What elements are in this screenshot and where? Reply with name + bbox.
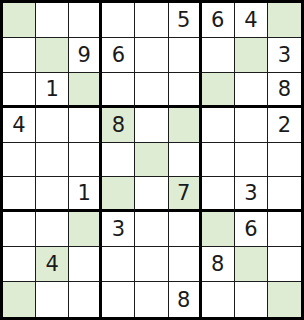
cell-r4c5[interactable]	[135, 108, 168, 143]
cell-r3c7[interactable]	[202, 73, 235, 108]
cell-r1c9[interactable]	[268, 3, 301, 38]
cell-r5c9[interactable]	[268, 143, 301, 178]
cell-r2c5[interactable]	[135, 38, 168, 73]
cell-r5c4[interactable]	[102, 143, 135, 178]
cell-r6c3[interactable]: 1	[69, 177, 102, 212]
cell-r7c5[interactable]	[135, 212, 168, 247]
cell-r8c8[interactable]	[235, 247, 268, 282]
cell-r6c7[interactable]	[202, 177, 235, 212]
cell-r6c2[interactable]	[36, 177, 69, 212]
cell-r9c2[interactable]	[36, 282, 69, 317]
cell-r3c5[interactable]	[135, 73, 168, 108]
cell-r9c6[interactable]: 8	[169, 282, 202, 317]
cell-r1c7[interactable]: 6	[202, 3, 235, 38]
cell-r2c4[interactable]: 6	[102, 38, 135, 73]
cell-r3c8[interactable]	[235, 73, 268, 108]
cell-r3c6[interactable]	[169, 73, 202, 108]
cell-r6c6[interactable]: 7	[169, 177, 202, 212]
cell-r5c8[interactable]	[235, 143, 268, 178]
cell-r9c4[interactable]	[102, 282, 135, 317]
cell-r4c9[interactable]: 2	[268, 108, 301, 143]
cell-r4c7[interactable]	[202, 108, 235, 143]
cell-r4c2[interactable]	[36, 108, 69, 143]
cell-r4c8[interactable]	[235, 108, 268, 143]
cell-r4c4[interactable]: 8	[102, 108, 135, 143]
cell-r6c9[interactable]	[268, 177, 301, 212]
cell-r2c7[interactable]	[202, 38, 235, 73]
cell-r1c6[interactable]: 5	[169, 3, 202, 38]
cell-r4c6[interactable]	[169, 108, 202, 143]
cell-r3c3[interactable]	[69, 73, 102, 108]
cell-r2c8[interactable]	[235, 38, 268, 73]
cell-r3c1[interactable]	[3, 73, 36, 108]
cell-r4c1[interactable]: 4	[3, 108, 36, 143]
cell-r1c8[interactable]: 4	[235, 3, 268, 38]
cell-r7c7[interactable]	[202, 212, 235, 247]
cell-r7c1[interactable]	[3, 212, 36, 247]
cell-r5c7[interactable]	[202, 143, 235, 178]
cell-r4c3[interactable]	[69, 108, 102, 143]
cell-r8c7[interactable]: 8	[202, 247, 235, 282]
cell-r5c6[interactable]	[169, 143, 202, 178]
cell-r2c1[interactable]	[3, 38, 36, 73]
cell-r5c3[interactable]	[69, 143, 102, 178]
cell-r8c3[interactable]	[69, 247, 102, 282]
cell-r7c2[interactable]	[36, 212, 69, 247]
cell-r3c9[interactable]: 8	[268, 73, 301, 108]
cell-r8c4[interactable]	[102, 247, 135, 282]
cell-r6c8[interactable]: 3	[235, 177, 268, 212]
cell-r7c9[interactable]	[268, 212, 301, 247]
cell-r5c5[interactable]	[135, 143, 168, 178]
cell-r2c9[interactable]: 3	[268, 38, 301, 73]
cell-r7c6[interactable]	[169, 212, 202, 247]
cell-r1c5[interactable]	[135, 3, 168, 38]
cell-r9c7[interactable]	[202, 282, 235, 317]
cell-r3c4[interactable]	[102, 73, 135, 108]
cell-r8c9[interactable]	[268, 247, 301, 282]
cell-r9c9[interactable]	[268, 282, 301, 317]
cell-r6c5[interactable]	[135, 177, 168, 212]
cell-r7c8[interactable]: 6	[235, 212, 268, 247]
cell-r2c6[interactable]	[169, 38, 202, 73]
cell-r9c8[interactable]	[235, 282, 268, 317]
cell-r1c4[interactable]	[102, 3, 135, 38]
cell-r3c2[interactable]: 1	[36, 73, 69, 108]
cell-r2c2[interactable]	[36, 38, 69, 73]
cell-r7c4[interactable]: 3	[102, 212, 135, 247]
cell-r8c6[interactable]	[169, 247, 202, 282]
cell-r8c2[interactable]: 4	[36, 247, 69, 282]
cell-r5c2[interactable]	[36, 143, 69, 178]
cell-r6c1[interactable]	[3, 177, 36, 212]
cell-r6c4[interactable]	[102, 177, 135, 212]
cell-r8c5[interactable]	[135, 247, 168, 282]
cell-r9c5[interactable]	[135, 282, 168, 317]
cell-r1c2[interactable]	[36, 3, 69, 38]
cell-r1c3[interactable]	[69, 3, 102, 38]
cell-r5c1[interactable]	[3, 143, 36, 178]
cell-r7c3[interactable]	[69, 212, 102, 247]
cell-r8c1[interactable]	[3, 247, 36, 282]
cell-r9c1[interactable]	[3, 282, 36, 317]
cell-r9c3[interactable]	[69, 282, 102, 317]
cell-r1c1[interactable]	[3, 3, 36, 38]
sudoku-board: 5649631848217336488	[0, 0, 304, 320]
cell-r2c3[interactable]: 9	[69, 38, 102, 73]
